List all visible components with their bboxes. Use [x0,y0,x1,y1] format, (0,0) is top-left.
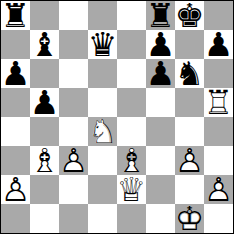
piece-white-rook: ♖ [204,88,233,117]
square-f4[interactable] [146,117,175,146]
square-e1[interactable] [117,204,146,233]
piece-black-knight: ♞ [175,59,204,88]
square-g4[interactable] [175,117,204,146]
square-e8[interactable] [117,1,146,30]
piece-white-queen-fill: ♛ [117,175,146,204]
square-b2[interactable] [30,175,59,204]
square-h4[interactable] [204,117,233,146]
square-e3[interactable]: ♝♗ [117,146,146,175]
piece-white-king-fill: ♚ [175,204,204,233]
square-a3[interactable] [1,146,30,175]
square-g1[interactable]: ♚♔ [175,204,204,233]
square-c8[interactable] [59,1,88,30]
square-g7[interactable] [175,30,204,59]
piece-black-rook: ♜ [146,1,175,30]
square-a2[interactable]: ♟♙ [1,175,30,204]
square-f3[interactable] [146,146,175,175]
square-a7[interactable] [1,30,30,59]
square-a8[interactable]: ♜ [1,1,30,30]
piece-white-queen: ♕ [117,175,146,204]
piece-black-pawn: ♟ [1,59,30,88]
piece-white-pawn: ♙ [59,146,88,175]
square-c5[interactable] [59,88,88,117]
piece-black-king: ♚ [175,1,204,30]
square-f7[interactable]: ♟ [146,30,175,59]
piece-black-pawn: ♟ [30,88,59,117]
square-b5[interactable]: ♟ [30,88,59,117]
piece-white-pawn-fill: ♟ [59,146,88,175]
piece-white-pawn: ♙ [175,146,204,175]
piece-white-bishop: ♗ [30,146,59,175]
square-d7[interactable]: ♛ [88,30,117,59]
square-e2[interactable]: ♛♕ [117,175,146,204]
square-c7[interactable] [59,30,88,59]
piece-white-knight: ♘ [88,117,117,146]
piece-black-pawn: ♟ [204,30,233,59]
piece-white-bishop-fill: ♝ [30,146,59,175]
square-d5[interactable] [88,88,117,117]
piece-black-pawn: ♟ [146,59,175,88]
square-b6[interactable] [30,59,59,88]
square-g8[interactable]: ♚ [175,1,204,30]
square-d4[interactable]: ♞♘ [88,117,117,146]
square-g6[interactable]: ♞ [175,59,204,88]
piece-white-pawn: ♙ [1,175,30,204]
square-h5[interactable]: ♜♖ [204,88,233,117]
piece-black-queen: ♛ [88,30,117,59]
square-h1[interactable] [204,204,233,233]
piece-black-pawn: ♟ [146,30,175,59]
square-a5[interactable] [1,88,30,117]
piece-black-bishop: ♝ [30,30,59,59]
piece-white-pawn: ♙ [204,175,233,204]
square-c1[interactable] [59,204,88,233]
piece-white-pawn-fill: ♟ [204,175,233,204]
square-c6[interactable] [59,59,88,88]
square-g2[interactable] [175,175,204,204]
square-b3[interactable]: ♝♗ [30,146,59,175]
square-a4[interactable] [1,117,30,146]
square-e5[interactable] [117,88,146,117]
piece-white-king: ♔ [175,204,204,233]
piece-white-rook-fill: ♜ [204,88,233,117]
square-f8[interactable]: ♜ [146,1,175,30]
square-c2[interactable] [59,175,88,204]
piece-white-pawn-fill: ♟ [1,175,30,204]
square-a6[interactable]: ♟ [1,59,30,88]
square-b4[interactable] [30,117,59,146]
piece-black-rook: ♜ [1,1,30,30]
square-b7[interactable]: ♝ [30,30,59,59]
square-b1[interactable] [30,204,59,233]
square-a1[interactable] [1,204,30,233]
square-f5[interactable] [146,88,175,117]
square-c3[interactable]: ♟♙ [59,146,88,175]
square-h3[interactable] [204,146,233,175]
chess-board: ♜♜♚♝♛♟♟♟♟♞♟♜♖♞♘♝♗♟♙♝♗♟♙♟♙♛♕♟♙♚♔ [0,0,234,234]
square-f1[interactable] [146,204,175,233]
piece-white-pawn-fill: ♟ [175,146,204,175]
square-h7[interactable]: ♟ [204,30,233,59]
square-e7[interactable] [117,30,146,59]
square-g3[interactable]: ♟♙ [175,146,204,175]
square-f2[interactable] [146,175,175,204]
piece-white-bishop: ♗ [117,146,146,175]
piece-white-knight-fill: ♞ [88,117,117,146]
square-h8[interactable] [204,1,233,30]
square-b8[interactable] [30,1,59,30]
piece-white-bishop-fill: ♝ [117,146,146,175]
square-e4[interactable] [117,117,146,146]
square-d8[interactable] [88,1,117,30]
square-d6[interactable] [88,59,117,88]
square-h6[interactable] [204,59,233,88]
square-c4[interactable] [59,117,88,146]
square-h2[interactable]: ♟♙ [204,175,233,204]
square-f6[interactable]: ♟ [146,59,175,88]
square-d1[interactable] [88,204,117,233]
square-d2[interactable] [88,175,117,204]
square-g5[interactable] [175,88,204,117]
square-d3[interactable] [88,146,117,175]
square-e6[interactable] [117,59,146,88]
